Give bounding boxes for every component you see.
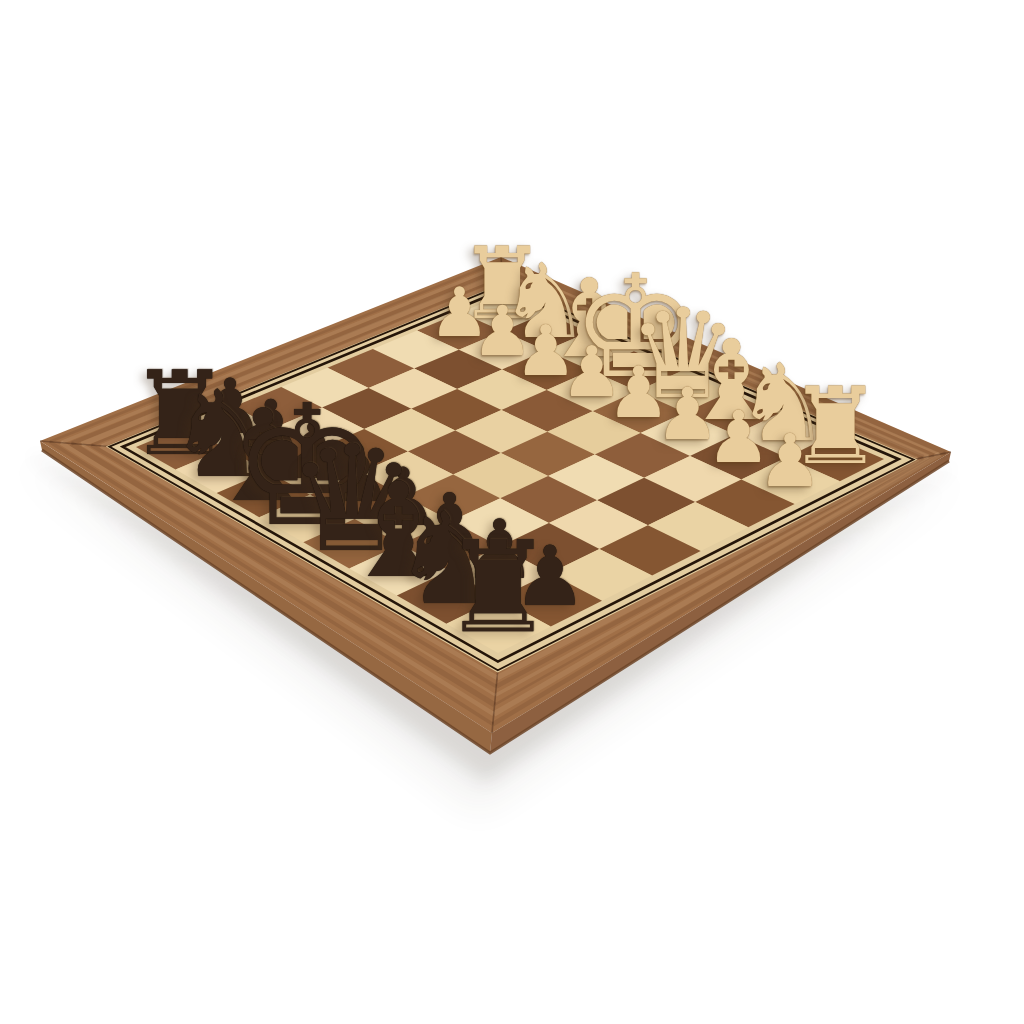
piece-white-pawn-a2: ♟ [739, 424, 841, 497]
piece-black-rook-a8: ♜ [410, 525, 586, 651]
pieces-layer: ♜♞♝♛♚♝♞♜♟♟♟♟♟♟♟♟♟♟♟♟♟♟♟♟♜♞♝♛♚♝♞♜ [0, 0, 1024, 1024]
board-scene: ♜♞♝♛♚♝♞♜♟♟♟♟♟♟♟♟♟♟♟♟♟♟♟♟♜♞♝♛♚♝♞♜ [0, 0, 1024, 1024]
